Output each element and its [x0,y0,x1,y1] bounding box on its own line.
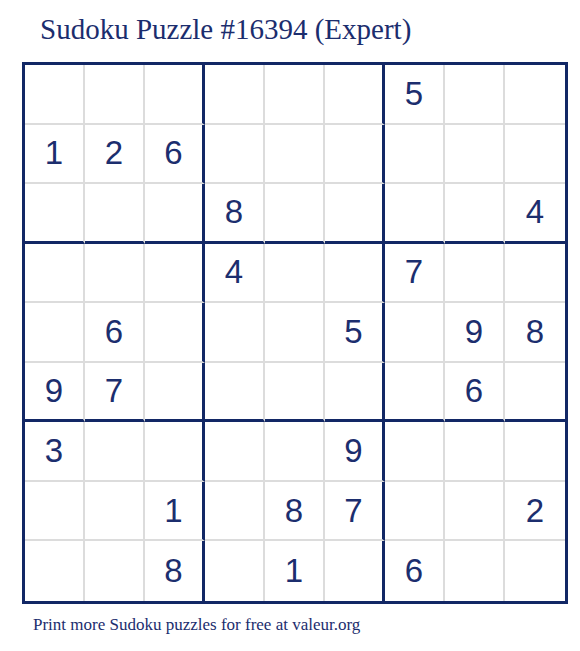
sudoku-cell[interactable]: 1 [265,541,325,601]
sudoku-cell[interactable] [25,541,85,601]
sudoku-cell[interactable] [85,65,145,125]
given-digit: 3 [45,432,63,470]
sudoku-cell[interactable] [325,184,385,244]
sudoku-cell[interactable] [385,184,445,244]
given-digit: 4 [526,193,544,231]
sudoku-cell[interactable] [325,65,385,125]
given-digit: 2 [526,492,544,530]
given-digit: 2 [105,134,123,172]
given-digit: 9 [45,372,63,410]
sudoku-cell[interactable] [445,184,505,244]
given-digit: 6 [405,552,423,590]
given-digit: 8 [225,193,243,231]
given-digit: 7 [405,253,423,291]
given-digit: 4 [225,253,243,291]
given-digit: 8 [285,492,303,530]
sudoku-cell[interactable] [505,422,565,482]
sudoku-cell[interactable]: 8 [505,303,565,363]
sudoku-cell[interactable] [325,541,385,601]
sudoku-cell[interactable] [145,363,205,423]
given-digit: 6 [465,372,483,410]
sudoku-cell[interactable]: 6 [145,125,205,185]
given-digit: 8 [526,313,544,351]
sudoku-cell[interactable]: 3 [25,422,85,482]
sudoku-cell[interactable]: 4 [205,244,265,304]
sudoku-cell[interactable] [445,541,505,601]
sudoku-cell[interactable] [25,244,85,304]
sudoku-cell[interactable] [145,184,205,244]
sudoku-page: Sudoku Puzzle #16394 (Expert) 5126844765… [0,0,580,651]
sudoku-cell[interactable] [265,65,325,125]
sudoku-cell[interactable]: 6 [385,541,445,601]
sudoku-cell[interactable] [445,422,505,482]
sudoku-cell[interactable]: 9 [325,422,385,482]
sudoku-cell[interactable] [25,184,85,244]
sudoku-cell[interactable] [505,363,565,423]
sudoku-cell[interactable] [385,125,445,185]
sudoku-cell[interactable]: 2 [85,125,145,185]
sudoku-cell[interactable] [205,65,265,125]
sudoku-cell[interactable] [325,244,385,304]
sudoku-cell[interactable] [385,363,445,423]
sudoku-cell[interactable]: 1 [25,125,85,185]
given-digit: 8 [164,552,182,590]
sudoku-cell[interactable] [85,482,145,542]
sudoku-cell[interactable]: 7 [85,363,145,423]
sudoku-cell[interactable] [325,125,385,185]
sudoku-cell[interactable] [205,541,265,601]
sudoku-cell[interactable] [325,363,385,423]
sudoku-cell[interactable]: 6 [85,303,145,363]
sudoku-cell[interactable] [265,125,325,185]
sudoku-cell[interactable] [445,482,505,542]
sudoku-cell[interactable] [145,65,205,125]
sudoku-cell[interactable] [265,363,325,423]
given-digit: 5 [344,313,362,351]
sudoku-cell[interactable] [85,184,145,244]
sudoku-cell[interactable] [205,125,265,185]
sudoku-cell[interactable] [205,303,265,363]
sudoku-cell[interactable]: 8 [205,184,265,244]
sudoku-cell[interactable]: 8 [145,541,205,601]
sudoku-cell[interactable] [145,244,205,304]
given-digit: 7 [105,372,123,410]
given-digit: 1 [164,492,182,530]
sudoku-cell[interactable] [445,125,505,185]
sudoku-cell[interactable] [505,244,565,304]
sudoku-cell[interactable]: 2 [505,482,565,542]
given-digit: 5 [405,75,423,113]
given-digit: 1 [285,552,303,590]
sudoku-cell[interactable] [265,303,325,363]
given-digit: 9 [465,313,483,351]
sudoku-cell[interactable]: 5 [385,65,445,125]
sudoku-cell[interactable] [205,363,265,423]
sudoku-cell[interactable]: 7 [325,482,385,542]
sudoku-cell[interactable] [265,244,325,304]
sudoku-cell[interactable] [25,482,85,542]
sudoku-cell[interactable]: 1 [145,482,205,542]
sudoku-cell[interactable] [85,422,145,482]
sudoku-cell[interactable] [85,244,145,304]
sudoku-grid: 512684476598976391872816 [22,62,568,604]
sudoku-cell[interactable]: 8 [265,482,325,542]
sudoku-cell[interactable] [265,422,325,482]
given-digit: 6 [164,134,182,172]
sudoku-cell[interactable] [145,303,205,363]
sudoku-cell[interactable] [505,125,565,185]
sudoku-cell[interactable] [25,65,85,125]
sudoku-cell[interactable]: 9 [25,363,85,423]
given-digit: 7 [344,492,362,530]
sudoku-cell[interactable] [505,65,565,125]
footer-text: Print more Sudoku puzzles for free at va… [33,615,360,635]
sudoku-cell[interactable] [445,244,505,304]
sudoku-cell[interactable] [505,541,565,601]
sudoku-cell[interactable]: 6 [445,363,505,423]
sudoku-cell[interactable]: 5 [325,303,385,363]
sudoku-cell[interactable] [385,303,445,363]
sudoku-cell[interactable] [205,482,265,542]
sudoku-cell[interactable] [25,303,85,363]
sudoku-cell[interactable]: 7 [385,244,445,304]
given-digit: 9 [344,432,362,470]
sudoku-cell[interactable] [385,482,445,542]
sudoku-cell[interactable] [445,65,505,125]
sudoku-cell[interactable]: 9 [445,303,505,363]
given-digit: 1 [45,134,63,172]
sudoku-cell[interactable] [205,422,265,482]
sudoku-cell[interactable] [385,422,445,482]
given-digit: 6 [105,313,123,351]
sudoku-cell[interactable] [145,422,205,482]
sudoku-cell[interactable]: 4 [505,184,565,244]
sudoku-cell[interactable] [265,184,325,244]
sudoku-cell[interactable] [85,541,145,601]
page-title: Sudoku Puzzle #16394 (Expert) [40,13,411,46]
